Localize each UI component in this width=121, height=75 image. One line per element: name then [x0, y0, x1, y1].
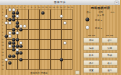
panel-button[interactable]: 暂停 [102, 38, 118, 44]
stone-black [41, 11, 44, 14]
hoshi-point [61, 39, 62, 40]
coord-left: 1 [2, 8, 3, 10]
stone-black [19, 45, 22, 48]
coord-top: 4 [16, 6, 17, 8]
coord-top: 12 [45, 6, 47, 8]
coord-top: 3 [13, 6, 14, 8]
coord-left: 2 [2, 12, 3, 14]
coord-top: 17 [64, 6, 66, 8]
stone-black [19, 28, 22, 31]
corner-grip[interactable] [75, 71, 79, 75]
stone-white [5, 58, 8, 61]
stone-black [19, 51, 22, 54]
panel-title: 网络围棋对弈 [81, 6, 120, 10]
coord-left: 19 [1, 68, 3, 70]
stone-black [60, 58, 63, 61]
coord-left: 7 [2, 28, 3, 30]
coord-left: 15 [1, 55, 3, 57]
stone-white [16, 15, 19, 18]
main-content: 黑方先行 请落子 1234567891011121314151617181912… [0, 5, 120, 75]
white-player-row: 提子 0 [81, 26, 120, 31]
coord-top: 11 [42, 6, 44, 8]
black-captures-label: 提子 0 [95, 18, 102, 21]
coord-left: 9 [2, 35, 3, 37]
button-grid: 开始暂停悔棋认输数子和棋保存载入设置退出 [83, 38, 118, 74]
stone-white [8, 21, 11, 24]
panel-button[interactable]: 和棋 [102, 53, 118, 59]
stone-black [12, 55, 15, 58]
white-stone-icon [86, 26, 90, 30]
hoshi-point [39, 39, 40, 40]
stone-black [12, 18, 15, 21]
coord-top: 16 [60, 6, 62, 8]
coord-left: 18 [1, 65, 3, 67]
coord-left: 14 [1, 52, 3, 54]
coord-top: 9 [35, 6, 36, 8]
stone-white [63, 21, 66, 24]
coord-top: 6 [24, 6, 25, 8]
panel-button[interactable]: 退出 [102, 68, 118, 74]
panel-button[interactable]: 开始 [83, 38, 99, 44]
timers-row: 00:0000:00 [83, 33, 119, 36]
panel-button[interactable]: 载入 [102, 60, 118, 66]
panel-button[interactable]: 保存 [83, 60, 99, 66]
panel-button[interactable]: 设置 [83, 68, 99, 74]
app-window: 围棋对弈 × 黑方先行 请落子 123456789101112131415161… [0, 0, 120, 75]
stone-white [60, 15, 63, 18]
panel-button[interactable]: 悔棋 [83, 45, 99, 51]
coord-left: 5 [2, 22, 3, 24]
black-player-row: 提子 0 [81, 18, 120, 23]
coord-top: 13 [49, 6, 51, 8]
coord-left: 17 [1, 62, 3, 64]
coord-left: 12 [1, 45, 3, 47]
coord-top: 15 [56, 6, 58, 8]
stone-black [12, 31, 15, 34]
stone-black [16, 38, 19, 41]
coord-left: 11 [1, 42, 3, 44]
coord-top: 19 [71, 6, 73, 8]
hoshi-point [17, 19, 18, 20]
coord-left: 10 [1, 38, 3, 40]
stone-white [16, 31, 19, 34]
stone-black [19, 58, 22, 61]
white-captures-label: 提子 0 [95, 26, 102, 29]
panel-button[interactable]: 数子 [83, 53, 99, 59]
stone-white [8, 35, 11, 38]
stone-white [5, 15, 8, 18]
side-panel: 网络围棋对弈 黑方对局白方 第 1 局 提子 0 提子 0 00:0000:00… [81, 5, 121, 75]
coord-left: 6 [2, 25, 3, 27]
coord-top: 18 [67, 6, 69, 8]
panel-button[interactable]: 认输 [102, 45, 118, 51]
window-title: 围棋对弈 [54, 1, 66, 5]
coord-left: 13 [1, 48, 3, 50]
hoshi-point [39, 59, 40, 60]
status-text: 黑方先行 请落子 [30, 72, 47, 75]
coord-top: 14 [53, 6, 55, 8]
coord-left: 4 [2, 18, 3, 20]
board-grid[interactable] [6, 9, 73, 70]
coord-top: 2 [9, 6, 10, 8]
timer-value: 00:00 [88, 33, 95, 36]
hoshi-point [17, 59, 18, 60]
coord-left: 16 [1, 58, 3, 60]
coord-top: 10 [38, 6, 40, 8]
hoshi-point [61, 19, 62, 20]
stone-black [12, 48, 15, 51]
close-icon[interactable]: × [115, 1, 119, 5]
timer-value: 00:00 [106, 33, 113, 36]
coord-left: 3 [2, 15, 3, 17]
stone-black [8, 61, 11, 64]
stone-white [23, 25, 26, 28]
coord-top: 7 [27, 6, 28, 8]
stone-white [63, 41, 66, 44]
black-stone-icon [86, 18, 90, 22]
coord-top: 5 [20, 6, 21, 8]
coord-top: 1 [5, 6, 6, 8]
go-board-area: 黑方先行 请落子 1234567891011121314151617181912… [0, 5, 81, 75]
coord-left: 8 [2, 32, 3, 34]
coord-top: 8 [31, 6, 32, 8]
hoshi-point [39, 19, 40, 20]
